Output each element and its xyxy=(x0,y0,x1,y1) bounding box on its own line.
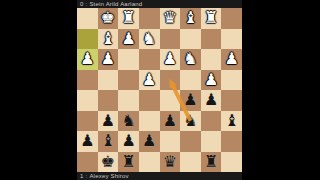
square-a6[interactable]: ♝ xyxy=(221,111,242,132)
top-player-separator: : xyxy=(86,0,88,8)
square-a4[interactable] xyxy=(221,70,242,91)
square-h5[interactable] xyxy=(77,90,98,111)
top-player-name: Stein Arild Aarland xyxy=(89,0,142,8)
bottom-player-name: Alexey Shirov xyxy=(89,172,128,180)
square-g1[interactable]: ♚ xyxy=(98,8,119,29)
piece-black-bishop[interactable]: ♝ xyxy=(101,133,115,149)
square-f1[interactable]: ♜ xyxy=(118,8,139,29)
square-a8[interactable] xyxy=(221,152,242,173)
square-c7[interactable] xyxy=(180,131,201,152)
piece-white-rook[interactable]: ♜ xyxy=(204,10,218,26)
square-f8[interactable]: ♜ xyxy=(118,152,139,173)
square-a7[interactable] xyxy=(221,131,242,152)
square-b6[interactable] xyxy=(201,111,222,132)
piece-white-knight[interactable]: ♞ xyxy=(142,30,156,46)
piece-white-king[interactable]: ♚ xyxy=(101,10,115,26)
square-f2[interactable]: ♟ xyxy=(118,29,139,50)
square-a1[interactable] xyxy=(221,8,242,29)
top-player-bar: 0 : Stein Arild Aarland xyxy=(77,0,242,8)
square-d8[interactable]: ♛ xyxy=(160,152,181,173)
piece-white-pawn[interactable]: ♟ xyxy=(163,51,177,67)
square-c2[interactable] xyxy=(180,29,201,50)
square-b7[interactable] xyxy=(201,131,222,152)
piece-white-pawn[interactable]: ♟ xyxy=(142,71,156,87)
piece-black-king[interactable]: ♚ xyxy=(101,153,115,169)
piece-black-rook[interactable]: ♜ xyxy=(121,153,135,169)
square-g7[interactable]: ♝ xyxy=(98,131,119,152)
square-e8[interactable] xyxy=(139,152,160,173)
square-e5[interactable] xyxy=(139,90,160,111)
square-e7[interactable]: ♟ xyxy=(139,131,160,152)
square-c4[interactable] xyxy=(180,70,201,91)
piece-white-bishop[interactable]: ♝ xyxy=(101,30,115,46)
piece-white-rook[interactable]: ♜ xyxy=(121,10,135,26)
piece-black-pawn[interactable]: ♟ xyxy=(183,92,197,108)
top-player-score: 0 xyxy=(80,0,84,8)
square-c5[interactable]: ♟ xyxy=(180,90,201,111)
square-c1[interactable]: ♝ xyxy=(180,8,201,29)
square-b2[interactable] xyxy=(201,29,222,50)
square-d3[interactable]: ♟ xyxy=(160,49,181,70)
piece-white-bishop[interactable]: ♝ xyxy=(183,10,197,26)
chess-board[interactable]: ♚♜♛♝♜♝♟♞♟♟♟♞♟♟♟♟♟♟♞♟♞♝♟♝♟♟♚♜♛♜ xyxy=(77,8,242,172)
piece-white-pawn[interactable]: ♟ xyxy=(204,71,218,87)
piece-white-queen[interactable]: ♛ xyxy=(163,10,177,26)
square-b8[interactable]: ♜ xyxy=(201,152,222,173)
square-b3[interactable] xyxy=(201,49,222,70)
piece-black-bishop[interactable]: ♝ xyxy=(225,112,239,128)
square-e2[interactable]: ♞ xyxy=(139,29,160,50)
square-g3[interactable]: ♟ xyxy=(98,49,119,70)
square-d4[interactable] xyxy=(160,70,181,91)
square-c3[interactable]: ♞ xyxy=(180,49,201,70)
piece-white-pawn[interactable]: ♟ xyxy=(80,51,94,67)
square-f5[interactable] xyxy=(118,90,139,111)
bottom-player-bar: 1 : Alexey Shirov xyxy=(77,172,242,180)
square-g5[interactable] xyxy=(98,90,119,111)
square-f7[interactable]: ♟ xyxy=(118,131,139,152)
piece-black-pawn[interactable]: ♟ xyxy=(121,133,135,149)
square-b1[interactable]: ♜ xyxy=(201,8,222,29)
piece-black-pawn[interactable]: ♟ xyxy=(101,112,115,128)
piece-black-knight[interactable]: ♞ xyxy=(121,112,135,128)
square-c8[interactable] xyxy=(180,152,201,173)
square-f3[interactable] xyxy=(118,49,139,70)
square-d5[interactable] xyxy=(160,90,181,111)
square-b4[interactable]: ♟ xyxy=(201,70,222,91)
square-g2[interactable]: ♝ xyxy=(98,29,119,50)
square-f4[interactable] xyxy=(118,70,139,91)
bottom-player-separator: : xyxy=(86,172,88,180)
square-a2[interactable] xyxy=(221,29,242,50)
game-panel: 0 : Stein Arild Aarland ♚♜♛♝♜♝♟♞♟♟♟♞♟♟♟♟… xyxy=(77,0,242,180)
piece-black-queen[interactable]: ♛ xyxy=(163,153,177,169)
square-g8[interactable]: ♚ xyxy=(98,152,119,173)
square-f6[interactable]: ♞ xyxy=(118,111,139,132)
piece-black-knight[interactable]: ♞ xyxy=(183,112,197,128)
square-e1[interactable] xyxy=(139,8,160,29)
app-screen: 0 : Stein Arild Aarland ♚♜♛♝♜♝♟♞♟♟♟♞♟♟♟♟… xyxy=(0,0,320,180)
square-h1[interactable] xyxy=(77,8,98,29)
square-e3[interactable] xyxy=(139,49,160,70)
piece-white-pawn[interactable]: ♟ xyxy=(101,51,115,67)
piece-black-rook[interactable]: ♜ xyxy=(204,153,218,169)
square-a5[interactable] xyxy=(221,90,242,111)
square-d1[interactable]: ♛ xyxy=(160,8,181,29)
bottom-player-score: 1 xyxy=(80,172,84,180)
square-a3[interactable]: ♟ xyxy=(221,49,242,70)
square-e6[interactable] xyxy=(139,111,160,132)
piece-white-knight[interactable]: ♞ xyxy=(183,51,197,67)
square-e4[interactable]: ♟ xyxy=(139,70,160,91)
square-h7[interactable]: ♟ xyxy=(77,131,98,152)
piece-black-pawn[interactable]: ♟ xyxy=(163,112,177,128)
square-d6[interactable]: ♟ xyxy=(160,111,181,132)
board-area: ♚♜♛♝♜♝♟♞♟♟♟♞♟♟♟♟♟♟♞♟♞♝♟♝♟♟♚♜♛♜ xyxy=(77,8,242,172)
square-h6[interactable] xyxy=(77,111,98,132)
square-c6[interactable]: ♞ xyxy=(180,111,201,132)
piece-black-pawn[interactable]: ♟ xyxy=(204,92,218,108)
piece-white-pawn[interactable]: ♟ xyxy=(121,30,135,46)
square-h4[interactable] xyxy=(77,70,98,91)
square-g6[interactable]: ♟ xyxy=(98,111,119,132)
square-d2[interactable] xyxy=(160,29,181,50)
square-h2[interactable] xyxy=(77,29,98,50)
square-h3[interactable]: ♟ xyxy=(77,49,98,70)
square-h8[interactable] xyxy=(77,152,98,173)
square-b5[interactable]: ♟ xyxy=(201,90,222,111)
square-d7[interactable] xyxy=(160,131,181,152)
piece-black-pawn[interactable]: ♟ xyxy=(80,133,94,149)
piece-black-pawn[interactable]: ♟ xyxy=(142,133,156,149)
square-g4[interactable] xyxy=(98,70,119,91)
piece-white-pawn[interactable]: ♟ xyxy=(225,51,239,67)
